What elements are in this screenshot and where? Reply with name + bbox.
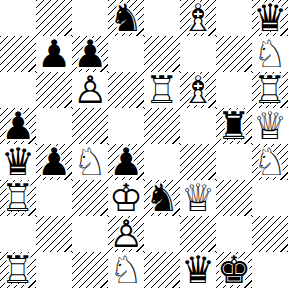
square-a8[interactable] [0, 0, 36, 36]
square-d6[interactable] [108, 72, 144, 108]
square-a5[interactable]: ♟♟ [0, 108, 36, 144]
black-queen: ♛♛ [0, 144, 36, 180]
square-f5[interactable] [180, 108, 216, 144]
square-e3[interactable]: ♞♞ [144, 180, 180, 216]
white-rook: ♜♖ [0, 252, 36, 288]
white-pawn: ♟♙ [108, 216, 144, 252]
white-rook: ♜♖ [0, 180, 36, 216]
square-f7[interactable] [180, 36, 216, 72]
white-king: ♚♔ [108, 180, 144, 216]
square-d7[interactable] [108, 36, 144, 72]
black-queen: ♛♛ [180, 252, 216, 288]
black-knight: ♞♞ [108, 0, 144, 36]
square-e2[interactable] [144, 216, 180, 252]
square-b6[interactable] [36, 72, 72, 108]
white-knight: ♞♘ [108, 252, 144, 288]
square-c6[interactable]: ♟♙ [72, 72, 108, 108]
square-f2[interactable] [180, 216, 216, 252]
white-knight: ♞♘ [252, 144, 288, 180]
white-bishop: ♝♗ [180, 72, 216, 108]
black-pawn: ♟♟ [72, 36, 108, 72]
square-f1[interactable]: ♛♛ [180, 252, 216, 288]
white-bishop: ♝♗ [180, 0, 216, 36]
white-rook: ♜♖ [252, 72, 288, 108]
square-b3[interactable] [36, 180, 72, 216]
square-b7[interactable]: ♟♟ [36, 36, 72, 72]
black-pawn: ♟♟ [108, 144, 144, 180]
square-e6[interactable]: ♜♖ [144, 72, 180, 108]
square-f8[interactable]: ♝♗ [180, 0, 216, 36]
white-pawn: ♟♙ [72, 72, 108, 108]
square-g8[interactable] [216, 0, 252, 36]
square-d2[interactable]: ♟♙ [108, 216, 144, 252]
square-c7[interactable]: ♟♟ [72, 36, 108, 72]
square-f4[interactable] [180, 144, 216, 180]
square-e5[interactable] [144, 108, 180, 144]
square-e7[interactable] [144, 36, 180, 72]
square-g3[interactable] [216, 180, 252, 216]
square-b1[interactable] [36, 252, 72, 288]
square-b2[interactable] [36, 216, 72, 252]
square-c5[interactable] [72, 108, 108, 144]
square-c2[interactable] [72, 216, 108, 252]
square-e8[interactable] [144, 0, 180, 36]
black-pawn: ♟♟ [0, 108, 36, 144]
square-a6[interactable] [0, 72, 36, 108]
white-queen: ♛♕ [252, 108, 288, 144]
black-queen: ♛♛ [252, 0, 288, 36]
black-king: ♚♚ [216, 252, 252, 288]
square-g6[interactable] [216, 72, 252, 108]
square-g7[interactable] [216, 36, 252, 72]
white-knight: ♞♘ [252, 36, 288, 72]
square-a7[interactable] [0, 36, 36, 72]
square-h5[interactable]: ♛♕ [252, 108, 288, 144]
square-g1[interactable]: ♚♚ [216, 252, 252, 288]
square-h1[interactable] [252, 252, 288, 288]
square-e4[interactable] [144, 144, 180, 180]
square-a4[interactable]: ♛♛ [0, 144, 36, 180]
square-d4[interactable]: ♟♟ [108, 144, 144, 180]
white-queen: ♛♕ [180, 180, 216, 216]
chess-board: ♞♞♝♗♛♛♟♟♟♟♞♘♟♙♜♖♝♗♜♖♟♟♜♜♛♕♛♛♟♟♞♘♟♟♞♘♜♖♚♔… [0, 0, 288, 288]
square-c3[interactable] [72, 180, 108, 216]
square-h2[interactable] [252, 216, 288, 252]
square-d1[interactable]: ♞♘ [108, 252, 144, 288]
black-rook: ♜♜ [216, 108, 252, 144]
square-f3[interactable]: ♛♕ [180, 180, 216, 216]
square-h7[interactable]: ♞♘ [252, 36, 288, 72]
square-b4[interactable]: ♟♟ [36, 144, 72, 180]
square-h4[interactable]: ♞♘ [252, 144, 288, 180]
square-d5[interactable] [108, 108, 144, 144]
square-c1[interactable] [72, 252, 108, 288]
square-b5[interactable] [36, 108, 72, 144]
black-pawn: ♟♟ [36, 36, 72, 72]
square-d3[interactable]: ♚♔ [108, 180, 144, 216]
square-c4[interactable]: ♞♘ [72, 144, 108, 180]
square-b8[interactable] [36, 0, 72, 36]
square-a1[interactable]: ♜♖ [0, 252, 36, 288]
square-h6[interactable]: ♜♖ [252, 72, 288, 108]
square-g5[interactable]: ♜♜ [216, 108, 252, 144]
white-knight: ♞♘ [72, 144, 108, 180]
black-pawn: ♟♟ [36, 144, 72, 180]
square-f6[interactable]: ♝♗ [180, 72, 216, 108]
white-rook: ♜♖ [144, 72, 180, 108]
square-g4[interactable] [216, 144, 252, 180]
square-d8[interactable]: ♞♞ [108, 0, 144, 36]
square-a2[interactable] [0, 216, 36, 252]
square-c8[interactable] [72, 0, 108, 36]
square-a3[interactable]: ♜♖ [0, 180, 36, 216]
black-knight: ♞♞ [144, 180, 180, 216]
square-g2[interactable] [216, 216, 252, 252]
square-h8[interactable]: ♛♛ [252, 0, 288, 36]
square-h3[interactable] [252, 180, 288, 216]
square-e1[interactable] [144, 252, 180, 288]
